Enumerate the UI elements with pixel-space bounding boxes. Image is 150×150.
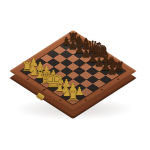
frame-dot bbox=[117, 78, 120, 80]
chess-set-photo: ♜♞♝♛♚♝♞♜♟♟♟♟♟♟♟♟♟♟♟♟♟♟♟♟♜♞♝♛♚♝♞♜ bbox=[0, 0, 150, 150]
frame-dot bbox=[26, 78, 29, 80]
frame-dot bbox=[84, 99, 87, 101]
frame-dot bbox=[59, 99, 62, 101]
frame-dot bbox=[101, 89, 104, 91]
frame-dot bbox=[43, 89, 46, 91]
